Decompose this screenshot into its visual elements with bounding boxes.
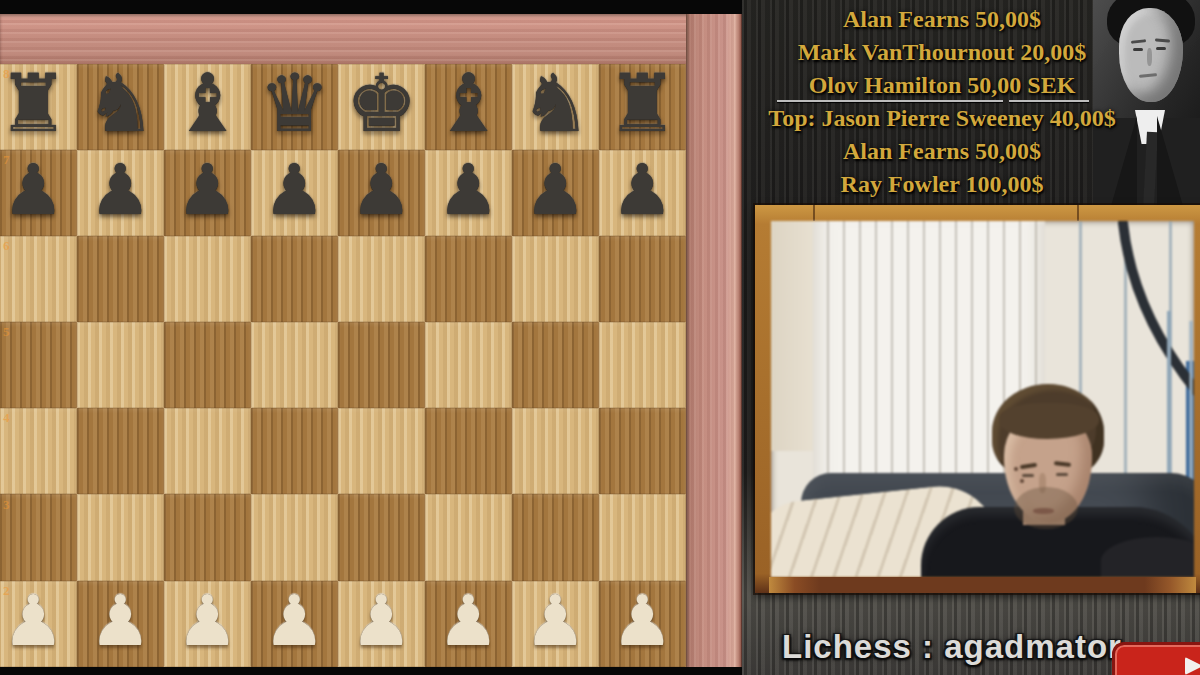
square-f4[interactable] [425, 408, 512, 494]
rank-label-6: 6 [3, 238, 10, 254]
black-pawn[interactable]: ♟ [350, 155, 413, 225]
square-f7[interactable]: ♟ [425, 150, 512, 236]
square-d5[interactable] [251, 322, 338, 408]
donation-entry: Olov Hamilton 50,00 SEK [742, 69, 1142, 102]
square-b6[interactable] [77, 236, 164, 322]
square-a7[interactable]: ♟ [0, 150, 77, 236]
black-pawn[interactable]: ♟ [263, 155, 326, 225]
divider-segment [777, 100, 1003, 102]
square-a5[interactable] [0, 322, 77, 408]
square-c2[interactable]: ♟ [164, 581, 251, 667]
stream-frame: ♜♞♝♛♚♝♞♜♟♟♟♟♟♟♟♟♟♟♟♟♟♟♟♟♜♞♝♛♚♝♞♜ 8765432 [0, 0, 1200, 675]
square-g6[interactable] [512, 236, 599, 322]
square-h4[interactable] [599, 408, 686, 494]
letterbox-top [0, 0, 742, 14]
stream-sidebar: Alan Fearns 50,00$ Mark VanThournout 20,… [742, 0, 1200, 675]
square-b7[interactable]: ♟ [77, 150, 164, 236]
white-pawn[interactable]: ♟ [263, 586, 326, 656]
black-pawn[interactable]: ♟ [524, 155, 587, 225]
square-a4[interactable] [0, 408, 77, 494]
youtube-play-icon [1185, 657, 1200, 675]
square-d3[interactable] [251, 494, 338, 580]
square-h7[interactable]: ♟ [599, 150, 686, 236]
square-g5[interactable] [512, 322, 599, 408]
facial-mark [1020, 479, 1024, 483]
square-b2[interactable]: ♟ [77, 581, 164, 667]
white-pawn[interactable]: ♟ [350, 586, 413, 656]
portrait-nose [1147, 48, 1152, 66]
square-d4[interactable] [251, 408, 338, 494]
white-pawn[interactable]: ♟ [176, 586, 239, 656]
streamer-mouth [1033, 508, 1054, 514]
chess-board-panel: ♜♞♝♛♚♝♞♜♟♟♟♟♟♟♟♟♟♟♟♟♟♟♟♟♜♞♝♛♚♝♞♜ 8765432 [0, 0, 742, 675]
square-a3[interactable] [0, 494, 77, 580]
square-e5[interactable] [338, 322, 425, 408]
black-knight[interactable]: ♞ [520, 64, 592, 144]
lichess-username: Lichess : agadmator [742, 624, 1162, 670]
donation-entry: Mark VanThournout 20,00$ [742, 36, 1142, 69]
square-b8[interactable]: ♞ [77, 64, 164, 150]
black-pawn[interactable]: ♟ [437, 155, 500, 225]
divider-segment [1009, 100, 1089, 102]
square-g2[interactable]: ♟ [512, 581, 599, 667]
streamer-eye [1056, 473, 1068, 476]
portrait-eye [1156, 47, 1166, 50]
rank-label-4: 4 [3, 410, 10, 426]
square-d2[interactable]: ♟ [251, 581, 338, 667]
square-a2[interactable]: ♟ [0, 581, 77, 667]
square-h2[interactable]: ♟ [599, 581, 686, 667]
square-b3[interactable] [77, 494, 164, 580]
square-c6[interactable] [164, 236, 251, 322]
black-rook[interactable]: ♜ [0, 64, 69, 144]
square-c7[interactable]: ♟ [164, 150, 251, 236]
square-f2[interactable]: ♟ [425, 581, 512, 667]
black-bishop[interactable]: ♝ [172, 64, 244, 144]
board-viewport: ♜♞♝♛♚♝♞♜♟♟♟♟♟♟♟♟♟♟♟♟♟♟♟♟♜♞♝♛♚♝♞♜ 8765432 [0, 64, 686, 667]
square-a8[interactable]: ♜ [0, 64, 77, 150]
rank-label-2: 2 [3, 583, 10, 599]
black-pawn[interactable]: ♟ [2, 155, 65, 225]
black-pawn[interactable]: ♟ [176, 155, 239, 225]
white-pawn[interactable]: ♟ [2, 586, 65, 656]
square-h8[interactable]: ♜ [599, 64, 686, 150]
square-b4[interactable] [77, 408, 164, 494]
portrait-lapel [1157, 116, 1183, 206]
board-frame-top [0, 14, 742, 64]
webcam-feed [755, 205, 1200, 593]
square-g7[interactable]: ♟ [512, 150, 599, 236]
black-knight[interactable]: ♞ [85, 64, 157, 144]
donation-entry: Ray Fowler 100,00$ [742, 168, 1142, 201]
square-h3[interactable] [599, 494, 686, 580]
square-d8[interactable]: ♛ [251, 64, 338, 150]
black-pawn[interactable]: ♟ [611, 155, 674, 225]
white-pawn[interactable]: ♟ [524, 586, 587, 656]
square-c5[interactable] [164, 322, 251, 408]
square-g4[interactable] [512, 408, 599, 494]
rank-label-3: 3 [3, 497, 10, 513]
square-c3[interactable] [164, 494, 251, 580]
rank-label-5: 5 [3, 324, 10, 340]
black-queen[interactable]: ♛ [259, 64, 331, 144]
frame-seam [813, 205, 815, 221]
square-g3[interactable] [512, 494, 599, 580]
facial-mark [1014, 467, 1018, 471]
rank-label-8: 8 [3, 66, 10, 82]
rank-label-7: 7 [3, 152, 10, 168]
youtube-logo-icon[interactable] [1112, 642, 1200, 675]
frame-seam [1077, 205, 1079, 221]
white-pawn[interactable]: ♟ [89, 586, 152, 656]
white-pawn[interactable]: ♟ [437, 586, 500, 656]
square-g8[interactable]: ♞ [512, 64, 599, 150]
square-b5[interactable] [77, 322, 164, 408]
square-e4[interactable] [338, 408, 425, 494]
square-f3[interactable] [425, 494, 512, 580]
square-h5[interactable] [599, 322, 686, 408]
webcam-scene [771, 221, 1194, 577]
donation-entry: Alan Fearns 50,00$ [742, 3, 1142, 36]
chess-board[interactable]: ♜♞♝♛♚♝♞♜♟♟♟♟♟♟♟♟♟♟♟♟♟♟♟♟♜♞♝♛♚♝♞♜ [0, 64, 686, 667]
black-rook[interactable]: ♜ [607, 64, 679, 144]
webcam-frame-bottom [769, 577, 1196, 593]
square-c8[interactable]: ♝ [164, 64, 251, 150]
square-d6[interactable] [251, 236, 338, 322]
letterbox-bottom [0, 667, 742, 675]
white-pawn[interactable]: ♟ [611, 586, 674, 656]
donation-entry-top: Top: Jason Pierre Sweeney 40,00$ [742, 102, 1142, 135]
black-bishop[interactable]: ♝ [433, 64, 505, 144]
black-king[interactable]: ♚ [346, 64, 418, 144]
black-pawn[interactable]: ♟ [89, 155, 152, 225]
square-d7[interactable]: ♟ [251, 150, 338, 236]
square-e6[interactable] [338, 236, 425, 322]
square-e8[interactable]: ♚ [338, 64, 425, 150]
donations-divider [777, 100, 1089, 102]
donation-entry: Alan Fearns 50,00$ [742, 135, 1142, 168]
square-e7[interactable]: ♟ [338, 150, 425, 236]
square-a6[interactable] [0, 236, 77, 322]
streamer-eye [1022, 474, 1034, 477]
square-e3[interactable] [338, 494, 425, 580]
square-c4[interactable] [164, 408, 251, 494]
board-frame-right [686, 14, 742, 667]
square-h6[interactable] [599, 236, 686, 322]
square-f5[interactable] [425, 322, 512, 408]
square-f6[interactable] [425, 236, 512, 322]
square-e2[interactable]: ♟ [338, 581, 425, 667]
square-f8[interactable]: ♝ [425, 64, 512, 150]
